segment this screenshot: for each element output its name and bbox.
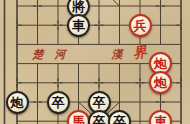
red-horse-glyph: 馬: [72, 114, 85, 124]
red-cannon-2-glyph: 炮: [154, 76, 167, 89]
piece-black-cannon[interactable]: 炮: [6, 91, 29, 114]
red-soldier-glyph: 兵: [134, 18, 147, 31]
red-cannon-1-glyph: 炮: [154, 57, 167, 70]
red-chariot-glyph: 車: [154, 114, 167, 124]
piece-red-soldier[interactable]: 兵: [129, 14, 152, 37]
black-soldier-3-glyph: 卒: [93, 114, 106, 124]
black-soldier-1-glyph: 卒: [52, 95, 65, 108]
black-general-glyph: 將: [72, 0, 85, 12]
xiangqi-board[interactable]: 楚河漢界將車兵炮炮炮卒卒馬卒卒車: [0, 0, 190, 124]
black-cannon-glyph: 炮: [11, 95, 24, 108]
piece-black-chariot[interactable]: 車: [67, 14, 90, 37]
black-chariot-glyph: 車: [72, 18, 85, 31]
black-soldier-4-glyph: 卒: [113, 114, 126, 124]
piece-black-soldier-1[interactable]: 卒: [47, 91, 70, 114]
black-soldier-2-glyph: 卒: [93, 95, 106, 108]
